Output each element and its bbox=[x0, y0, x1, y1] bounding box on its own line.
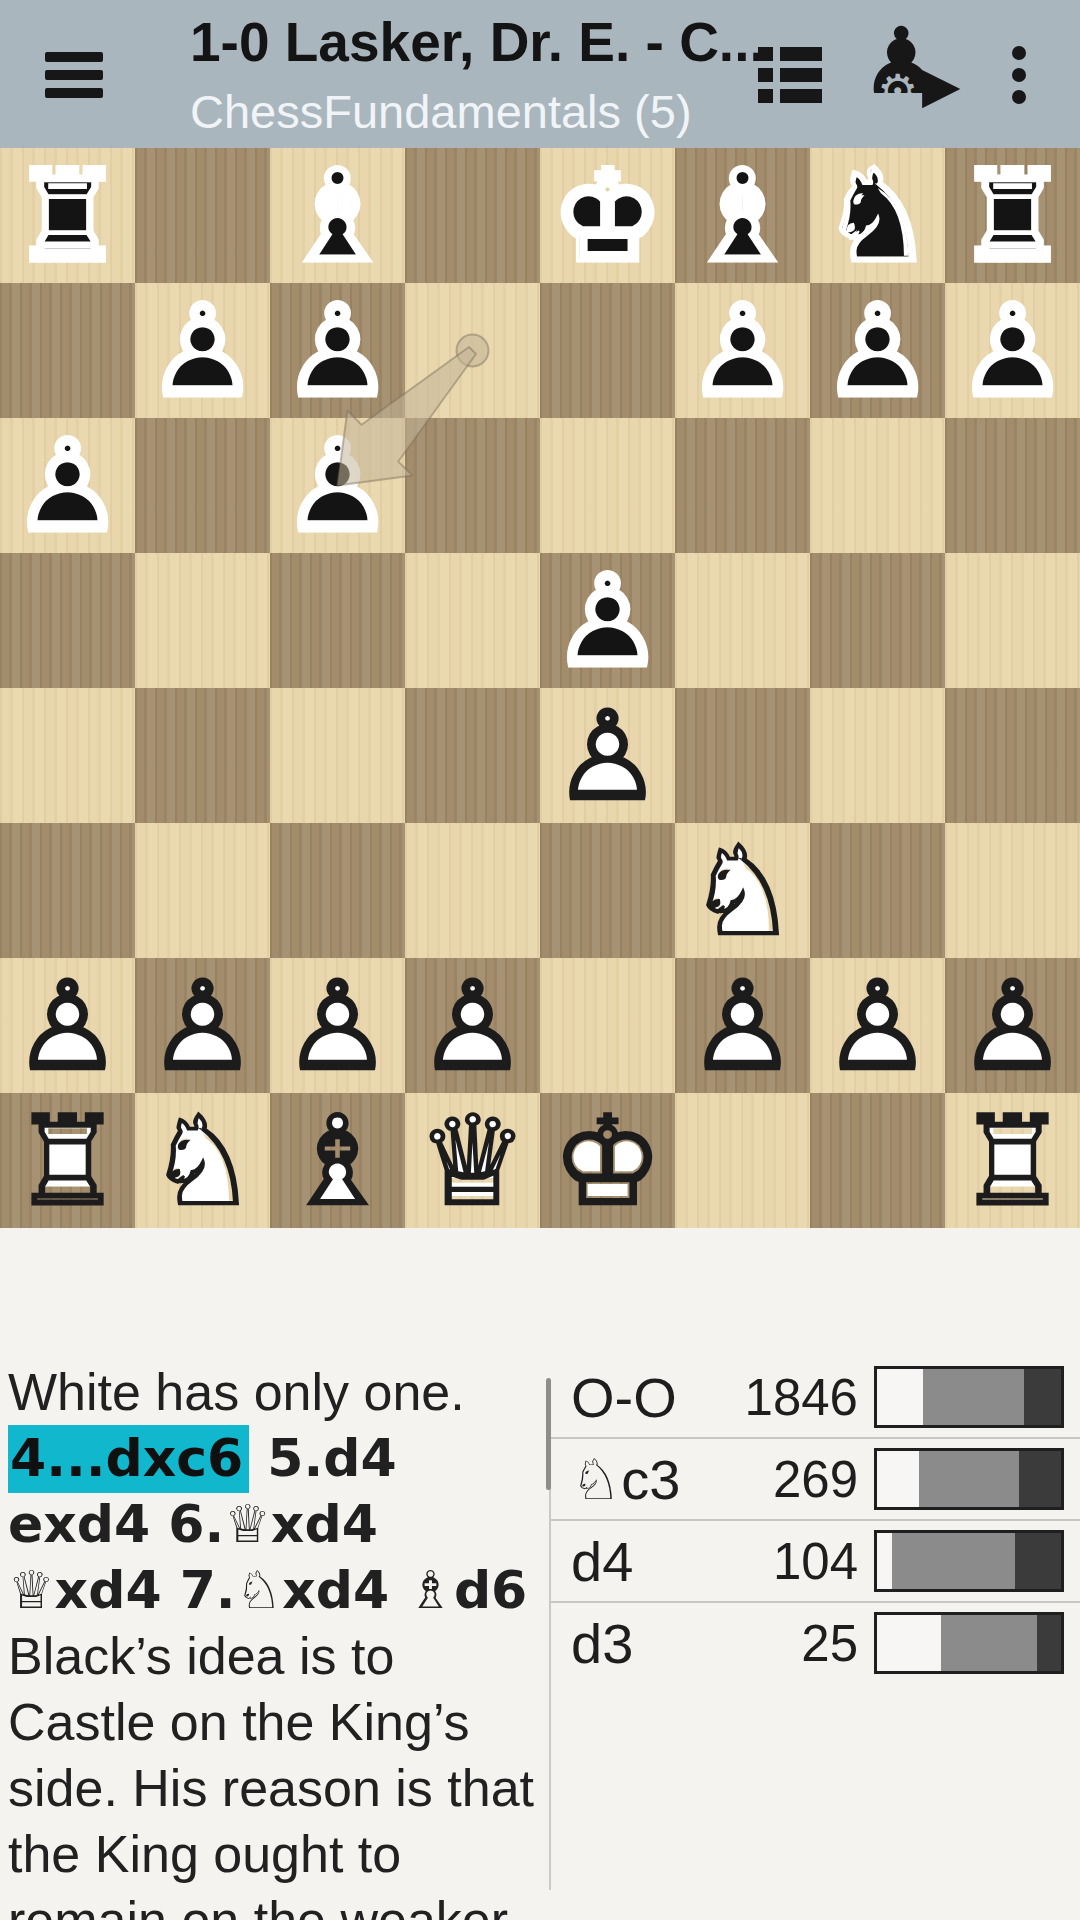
square-c4[interactable] bbox=[270, 688, 405, 823]
square-d6[interactable] bbox=[405, 418, 540, 553]
annotation-text: White has only one. bbox=[8, 1359, 544, 1425]
result-bar bbox=[874, 1530, 1064, 1592]
square-f8-piece-black-bishop[interactable]: ♝♝♗ bbox=[675, 148, 810, 283]
overflow-menu-icon[interactable] bbox=[1012, 46, 1028, 104]
square-h5[interactable] bbox=[945, 553, 1080, 688]
white-king-glyph: ♚ bbox=[540, 1093, 675, 1228]
menu-icon[interactable] bbox=[45, 52, 103, 98]
white-bishop-glyph: ♗ bbox=[270, 1093, 405, 1228]
square-d3[interactable] bbox=[405, 823, 540, 958]
square-g2-piece-white-pawn[interactable]: ♟♙ bbox=[810, 958, 945, 1093]
white-bishop-glyph: ♝ bbox=[270, 1093, 405, 1228]
highlighted-move[interactable]: 4...dxc6 bbox=[8, 1425, 249, 1493]
app-bar: 1-0 Lasker, Dr. E. - C... ChessFundament… bbox=[0, 0, 1080, 148]
engine-analysis-icon[interactable]: ♟ ⚙ ▶ bbox=[860, 20, 970, 130]
black-rook-glyph: ♜ bbox=[945, 148, 1080, 283]
square-a2-piece-white-pawn[interactable]: ♟♙ bbox=[0, 958, 135, 1093]
square-g7-piece-black-pawn[interactable]: ♟♟♙ bbox=[810, 283, 945, 418]
result-bar bbox=[874, 1612, 1064, 1674]
stat-move-label[interactable]: O-O bbox=[571, 1365, 729, 1430]
square-h7-piece-black-pawn[interactable]: ♟♟♙ bbox=[945, 283, 1080, 418]
black-rook-glyph: ♜ bbox=[945, 148, 1080, 283]
square-a1-piece-white-rook[interactable]: ♜♖ bbox=[0, 1093, 135, 1228]
move-stats-row-♘c3[interactable]: ♘c3269 bbox=[551, 1439, 1080, 1521]
square-e3[interactable] bbox=[540, 823, 675, 958]
white-pawn-glyph: ♙ bbox=[405, 958, 540, 1093]
white-pawn-glyph: ♟ bbox=[810, 958, 945, 1093]
square-g5[interactable] bbox=[810, 553, 945, 688]
square-b7-piece-black-pawn[interactable]: ♟♟♙ bbox=[135, 283, 270, 418]
white-pawn-glyph: ♙ bbox=[675, 958, 810, 1093]
black-wins-segment bbox=[1019, 1451, 1061, 1507]
square-e1-piece-white-king[interactable]: ♚♔ bbox=[540, 1093, 675, 1228]
white-pawn-glyph: ♙ bbox=[135, 958, 270, 1093]
black-wins-segment bbox=[1037, 1615, 1061, 1671]
nav-toolbar bbox=[0, 1228, 1080, 1345]
black-knight-glyph: ♞ bbox=[810, 148, 945, 283]
black-bishop-glyph: ♝ bbox=[675, 148, 810, 283]
chess-board[interactable]: ♜♜♖♝♝♗♚♚♔♝♝♗♞♞♘♜♜♖♟♟♙♟♟♙♟♟♙♟♟♙♟♟♙♟♟♙♟♟♙♟… bbox=[0, 148, 1080, 1228]
white-pawn-glyph: ♟ bbox=[135, 958, 270, 1093]
white-rook-glyph: ♖ bbox=[945, 1093, 1080, 1228]
draw-segment bbox=[941, 1615, 1037, 1671]
square-c8-piece-black-bishop[interactable]: ♝♝♗ bbox=[270, 148, 405, 283]
white-knight-glyph: ♘ bbox=[675, 823, 810, 958]
page-subtitle: ChessFundamentals (5) bbox=[190, 84, 810, 139]
square-a7[interactable] bbox=[0, 283, 135, 418]
square-h3[interactable] bbox=[945, 823, 1080, 958]
square-c1-piece-white-bishop[interactable]: ♝♗ bbox=[270, 1093, 405, 1228]
black-pawn-glyph: ♟ bbox=[270, 418, 405, 553]
square-h1-piece-white-rook[interactable]: ♜♖ bbox=[945, 1093, 1080, 1228]
stat-game-count: 25 bbox=[801, 1614, 858, 1673]
white-pawn-glyph: ♟ bbox=[540, 688, 675, 823]
stat-move-label[interactable]: d3 bbox=[571, 1611, 785, 1676]
square-g1[interactable] bbox=[810, 1093, 945, 1228]
black-rook-glyph: ♜ bbox=[0, 148, 135, 283]
square-e5-piece-black-pawn[interactable]: ♟♟♙ bbox=[540, 553, 675, 688]
white-pawn-glyph: ♟ bbox=[270, 958, 405, 1093]
square-a6-piece-black-pawn[interactable]: ♟♟♙ bbox=[0, 418, 135, 553]
square-b1-piece-white-knight[interactable]: ♞♘ bbox=[135, 1093, 270, 1228]
square-e6[interactable] bbox=[540, 418, 675, 553]
white-wins-segment bbox=[877, 1451, 919, 1507]
black-pawn-glyph: ♙ bbox=[270, 418, 405, 553]
page-title: 1-0 Lasker, Dr. E. - C... bbox=[190, 10, 810, 74]
black-wins-segment bbox=[1015, 1533, 1061, 1589]
square-e4-piece-white-pawn[interactable]: ♟♙ bbox=[540, 688, 675, 823]
black-pawn-glyph: ♟ bbox=[945, 283, 1080, 418]
black-bishop-glyph: ♝ bbox=[675, 148, 810, 283]
black-pawn-glyph: ♟ bbox=[0, 418, 135, 553]
square-g4[interactable] bbox=[810, 688, 945, 823]
black-bishop-glyph: ♗ bbox=[675, 148, 810, 283]
black-pawn-glyph: ♟ bbox=[135, 283, 270, 418]
square-c7-piece-black-pawn[interactable]: ♟♟♙ bbox=[270, 283, 405, 418]
play-icon: ▶ bbox=[922, 60, 960, 110]
square-h2-piece-white-pawn[interactable]: ♟♙ bbox=[945, 958, 1080, 1093]
square-d4[interactable] bbox=[405, 688, 540, 823]
move-stats-row-d3[interactable]: d325 bbox=[551, 1603, 1080, 1683]
stat-game-count: 104 bbox=[773, 1532, 858, 1591]
square-b5[interactable] bbox=[135, 553, 270, 688]
stat-game-count: 269 bbox=[773, 1450, 858, 1509]
white-king-glyph: ♔ bbox=[540, 1093, 675, 1228]
square-f5[interactable] bbox=[675, 553, 810, 688]
white-pawn-glyph: ♟ bbox=[675, 958, 810, 1093]
square-d8[interactable] bbox=[405, 148, 540, 283]
square-h6[interactable] bbox=[945, 418, 1080, 553]
black-pawn-glyph: ♟ bbox=[810, 283, 945, 418]
move-list: 4...dxc6 5.d4 exd4 6.♕xd4 ♕xd4 7.♘xd4 ♗d… bbox=[8, 1425, 544, 1623]
white-pawn-glyph: ♙ bbox=[810, 958, 945, 1093]
black-pawn-glyph: ♟ bbox=[675, 283, 810, 418]
white-wins-segment bbox=[877, 1369, 923, 1425]
square-a8-piece-black-rook[interactable]: ♜♜♖ bbox=[0, 148, 135, 283]
black-pawn-glyph: ♟ bbox=[0, 418, 135, 553]
black-pawn-glyph: ♟ bbox=[945, 283, 1080, 418]
black-king-glyph: ♚ bbox=[540, 148, 675, 283]
annotation-comment: Black’s idea is to Castle on the King’s … bbox=[8, 1623, 544, 1920]
black-pawn-glyph: ♙ bbox=[810, 283, 945, 418]
white-pawn-glyph: ♟ bbox=[0, 958, 135, 1093]
black-pawn-glyph: ♟ bbox=[270, 283, 405, 418]
square-g3[interactable] bbox=[810, 823, 945, 958]
white-pawn-glyph: ♙ bbox=[270, 958, 405, 1093]
black-king-glyph: ♚ bbox=[540, 148, 675, 283]
black-pawn-glyph: ♙ bbox=[540, 553, 675, 688]
square-b4[interactable] bbox=[135, 688, 270, 823]
white-wins-segment bbox=[877, 1615, 941, 1671]
square-f2-piece-white-pawn[interactable]: ♟♙ bbox=[675, 958, 810, 1093]
square-b8[interactable] bbox=[135, 148, 270, 283]
white-pawn-glyph: ♟ bbox=[945, 958, 1080, 1093]
black-pawn-glyph: ♙ bbox=[945, 283, 1080, 418]
black-pawn-glyph: ♟ bbox=[135, 283, 270, 418]
square-a3[interactable] bbox=[0, 823, 135, 958]
black-pawn-glyph: ♟ bbox=[270, 283, 405, 418]
black-pawn-glyph: ♙ bbox=[135, 283, 270, 418]
white-queen-glyph: ♕ bbox=[405, 1093, 540, 1228]
draw-segment bbox=[919, 1451, 1018, 1507]
black-rook-glyph: ♖ bbox=[945, 148, 1080, 283]
black-bishop-glyph: ♗ bbox=[270, 148, 405, 283]
square-d7[interactable] bbox=[405, 283, 540, 418]
move-stats-panel: O-O1846♘c3269d4104d325 bbox=[551, 1345, 1080, 1683]
square-a5[interactable] bbox=[0, 553, 135, 688]
white-knight-glyph: ♘ bbox=[135, 1093, 270, 1228]
black-pawn-glyph: ♙ bbox=[675, 283, 810, 418]
square-d2-piece-white-pawn[interactable]: ♟♙ bbox=[405, 958, 540, 1093]
move-stats-row-d4[interactable]: d4104 bbox=[551, 1521, 1080, 1603]
white-knight-glyph: ♞ bbox=[675, 823, 810, 958]
square-g6[interactable] bbox=[810, 418, 945, 553]
white-pawn-glyph: ♙ bbox=[540, 688, 675, 823]
square-f7-piece-black-pawn[interactable]: ♟♟♙ bbox=[675, 283, 810, 418]
annotation-panel: White has only one. 4...dxc6 5.d4 exd4 6… bbox=[0, 1345, 550, 1920]
draw-segment bbox=[892, 1533, 1015, 1589]
black-pawn-glyph: ♟ bbox=[270, 418, 405, 553]
white-rook-glyph: ♜ bbox=[0, 1093, 135, 1228]
square-h4[interactable] bbox=[945, 688, 1080, 823]
black-bishop-glyph: ♝ bbox=[270, 148, 405, 283]
white-queen-glyph: ♛ bbox=[405, 1093, 540, 1228]
square-d1-piece-white-queen[interactable]: ♛♕ bbox=[405, 1093, 540, 1228]
black-pawn-glyph: ♙ bbox=[270, 283, 405, 418]
black-pawn-glyph: ♟ bbox=[810, 283, 945, 418]
square-f6[interactable] bbox=[675, 418, 810, 553]
square-c6-piece-black-pawn[interactable]: ♟♟♙ bbox=[270, 418, 405, 553]
black-rook-glyph: ♜ bbox=[0, 148, 135, 283]
square-c3[interactable] bbox=[270, 823, 405, 958]
black-pawn-glyph: ♟ bbox=[675, 283, 810, 418]
square-d5[interactable] bbox=[405, 553, 540, 688]
square-b2-piece-white-pawn[interactable]: ♟♙ bbox=[135, 958, 270, 1093]
game-list-icon[interactable] bbox=[758, 47, 822, 101]
square-b3[interactable] bbox=[135, 823, 270, 958]
square-a4[interactable] bbox=[0, 688, 135, 823]
white-wins-segment bbox=[877, 1533, 892, 1589]
white-rook-glyph: ♖ bbox=[0, 1093, 135, 1228]
square-e2[interactable] bbox=[540, 958, 675, 1093]
white-pawn-glyph: ♟ bbox=[405, 958, 540, 1093]
square-e7[interactable] bbox=[540, 283, 675, 418]
black-king-glyph: ♔ bbox=[540, 148, 675, 283]
black-bishop-glyph: ♝ bbox=[270, 148, 405, 283]
stat-move-label[interactable]: ♘c3 bbox=[571, 1447, 757, 1512]
square-e8-piece-black-king[interactable]: ♚♚♔ bbox=[540, 148, 675, 283]
square-g8-piece-black-knight[interactable]: ♞♞♘ bbox=[810, 148, 945, 283]
white-pawn-glyph: ♙ bbox=[0, 958, 135, 1093]
square-b6[interactable] bbox=[135, 418, 270, 553]
stat-game-count: 1846 bbox=[745, 1368, 858, 1427]
square-f4[interactable] bbox=[675, 688, 810, 823]
black-knight-glyph: ♘ bbox=[810, 148, 945, 283]
black-wins-segment bbox=[1024, 1369, 1061, 1425]
white-pawn-glyph: ♙ bbox=[945, 958, 1080, 1093]
draw-segment bbox=[923, 1369, 1024, 1425]
black-pawn-glyph: ♟ bbox=[540, 553, 675, 688]
square-c2-piece-white-pawn[interactable]: ♟♙ bbox=[270, 958, 405, 1093]
square-c5[interactable] bbox=[270, 553, 405, 688]
move-stats-row-O-O[interactable]: O-O1846 bbox=[551, 1357, 1080, 1439]
square-f3-piece-white-knight[interactable]: ♞♘ bbox=[675, 823, 810, 958]
white-rook-glyph: ♜ bbox=[945, 1093, 1080, 1228]
white-knight-glyph: ♞ bbox=[135, 1093, 270, 1228]
result-bar bbox=[874, 1366, 1064, 1428]
result-bar bbox=[874, 1448, 1064, 1510]
black-pawn-glyph: ♟ bbox=[540, 553, 675, 688]
square-f1[interactable] bbox=[675, 1093, 810, 1228]
black-rook-glyph: ♖ bbox=[0, 148, 135, 283]
square-h8-piece-black-rook[interactable]: ♜♜♖ bbox=[945, 148, 1080, 283]
black-knight-glyph: ♞ bbox=[810, 148, 945, 283]
gear-icon: ⚙ bbox=[877, 68, 918, 114]
stat-move-label[interactable]: d4 bbox=[571, 1529, 757, 1594]
black-pawn-glyph: ♙ bbox=[0, 418, 135, 553]
